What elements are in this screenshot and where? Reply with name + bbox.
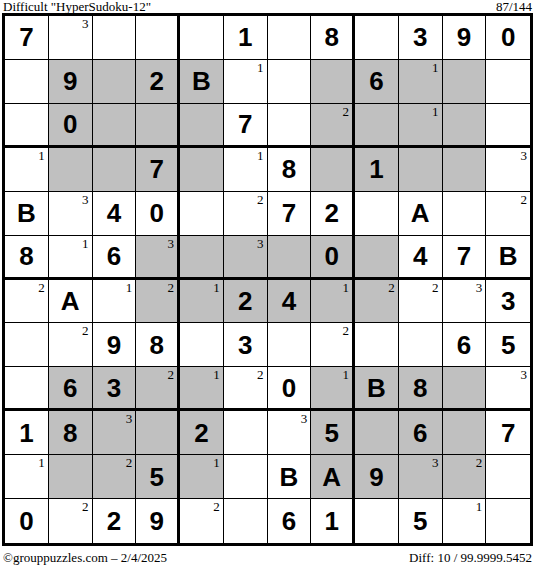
cell-r6c8[interactable]: 0 (311, 236, 355, 280)
cell-r5c9[interactable] (355, 192, 399, 236)
cell-r12c10[interactable]: 5 (399, 499, 443, 543)
cell-value: 1 (324, 508, 338, 534)
cell-r2c4[interactable]: 2 (136, 60, 180, 104)
cell-r3c3[interactable] (93, 104, 137, 148)
cell-r8c5[interactable] (180, 323, 224, 367)
pencil-mark: 3 (521, 149, 528, 162)
cell-r3c11[interactable] (443, 104, 487, 148)
pencil-mark: 2 (388, 281, 395, 294)
cell-value: 1 (19, 420, 33, 446)
cell-r10c3[interactable]: 3 (93, 411, 137, 455)
cell-r10c11[interactable] (443, 411, 487, 455)
cell-r12c5[interactable]: 2 (180, 499, 224, 543)
pencil-mark: 3 (257, 237, 264, 250)
cell-r11c3[interactable]: 2 (93, 455, 137, 499)
pencil-mark: 2 (168, 281, 175, 294)
cell-r8c8[interactable]: 2 (311, 323, 355, 367)
cell-r6c3[interactable]: 6 (93, 236, 137, 280)
cell-r1c5[interactable] (180, 16, 224, 60)
cell-r10c2[interactable]: 8 (49, 411, 93, 455)
cell-value: 2 (324, 200, 338, 226)
cell-value: 8 (413, 375, 427, 401)
pencil-mark: 1 (38, 149, 45, 162)
cell-r6c10[interactable]: 4 (399, 236, 443, 280)
cell-r5c10[interactable]: A (399, 192, 443, 236)
cell-r5c5[interactable] (180, 192, 224, 236)
pencil-mark: 3 (521, 368, 528, 381)
cell-r11c9[interactable]: 9 (355, 455, 399, 499)
cell-r1c3[interactable] (93, 16, 137, 60)
cell-value: A (322, 464, 341, 490)
cell-r1c4[interactable] (136, 16, 180, 60)
cell-r5c8[interactable]: 2 (311, 192, 355, 236)
cell-value: 9 (149, 508, 163, 534)
cell-r8c4[interactable]: 8 (136, 323, 180, 367)
cell-r11c5[interactable]: 1 (180, 455, 224, 499)
cell-r8c10[interactable] (399, 323, 443, 367)
cell-r12c2[interactable]: 2 (49, 499, 93, 543)
cell-r5c2[interactable]: 3 (49, 192, 93, 236)
cell-value: A (61, 288, 80, 314)
pencil-mark: 1 (432, 61, 439, 74)
cell-r11c10[interactable]: 3 (399, 455, 443, 499)
cell-value: 5 (413, 508, 427, 534)
cell-value: 8 (149, 332, 163, 358)
cell-r10c12[interactable]: 7 (486, 411, 530, 455)
cell-r12c3[interactable]: 2 (93, 499, 137, 543)
cell-value: 9 (457, 24, 471, 50)
cell-r3c4[interactable] (136, 104, 180, 148)
cell-r9c7[interactable]: 0 (268, 367, 312, 411)
cell-value: 8 (324, 24, 338, 50)
cell-r10c1[interactable]: 1 (5, 411, 49, 455)
cell-value: 7 (149, 156, 163, 182)
cell-r4c11[interactable] (443, 148, 487, 192)
cell-r3c1[interactable] (5, 104, 49, 148)
cell-value: 5 (324, 420, 338, 446)
cell-r2c6[interactable]: 1 (224, 60, 268, 104)
cell-r4c2[interactable] (49, 148, 93, 192)
cell-r9c12[interactable]: 3 (486, 367, 530, 411)
cell-r6c2[interactable]: 1 (49, 236, 93, 280)
cell-r1c11[interactable]: 9 (443, 16, 487, 60)
pencil-mark: 2 (213, 500, 220, 513)
cell-r8c2[interactable]: 2 (49, 323, 93, 367)
cell-value: 6 (369, 68, 383, 94)
cell-r7c8[interactable]: 1 (311, 280, 355, 324)
cell-r10c10[interactable]: 6 (399, 411, 443, 455)
cell-r9c10[interactable]: 8 (399, 367, 443, 411)
pencil-mark: 3 (476, 281, 483, 294)
cell-r11c8[interactable]: A (311, 455, 355, 499)
cell-r7c2[interactable]: A (49, 280, 93, 324)
cell-r3c10[interactable]: 1 (399, 104, 443, 148)
cell-r11c7[interactable]: B (268, 455, 312, 499)
pencil-mark: 2 (432, 281, 439, 294)
cell-value: 4 (282, 288, 296, 314)
cell-r6c7[interactable] (268, 236, 312, 280)
pencil-mark: 2 (82, 500, 89, 513)
cell-r2c7[interactable] (268, 60, 312, 104)
cell-value: 9 (63, 68, 77, 94)
cell-r8c1[interactable] (5, 323, 49, 367)
cell-r7c6[interactable]: 2 (224, 280, 268, 324)
cell-r3c2[interactable]: 0 (49, 104, 93, 148)
pencil-mark: 3 (126, 412, 133, 425)
pencil-mark: 2 (476, 456, 483, 469)
cell-value: 7 (457, 243, 471, 269)
cell-r9c4[interactable]: 2 (136, 367, 180, 411)
cell-r7c5[interactable]: 1 (180, 280, 224, 324)
pencil-mark: 1 (38, 456, 45, 469)
cell-r3c6[interactable]: 7 (224, 104, 268, 148)
pencil-mark: 2 (257, 193, 264, 206)
cell-value: 9 (369, 464, 383, 490)
cell-r1c8[interactable]: 8 (311, 16, 355, 60)
cell-r1c7[interactable] (268, 16, 312, 60)
cell-r10c9[interactable] (355, 411, 399, 455)
cell-value: 9 (107, 332, 121, 358)
copyright-text: ©grouppuzzles.com – 2/4/2025 (3, 550, 167, 565)
pencil-mark: 2 (38, 281, 45, 294)
cell-r8c3[interactable]: 9 (93, 323, 137, 367)
cell-value: 0 (282, 375, 296, 401)
pencil-mark: 2 (126, 456, 133, 469)
cell-r4c5[interactable] (180, 148, 224, 192)
cell-r2c10[interactable]: 1 (399, 60, 443, 104)
cell-value: 3 (413, 24, 427, 50)
cell-r2c12[interactable] (486, 60, 530, 104)
cell-r5c3[interactable]: 4 (93, 192, 137, 236)
cell-r2c11[interactable] (443, 60, 487, 104)
cell-value: 6 (63, 375, 77, 401)
pencil-mark: 1 (213, 281, 220, 294)
pencil-mark: 2 (82, 324, 89, 337)
cell-value: 5 (149, 464, 163, 490)
cell-value: B (279, 464, 298, 490)
pencil-mark: 1 (343, 368, 350, 381)
puzzle-title: Difficult "HyperSudoku-12" (3, 0, 151, 13)
cell-value: 0 (324, 243, 338, 269)
pencil-mark: 2 (343, 105, 350, 118)
cell-value: B (367, 375, 386, 401)
sudoku-board: 731839092B1610721171813B340272A281633047… (2, 13, 533, 546)
cell-value: 5 (501, 332, 515, 358)
progress-counter: 87/144 (496, 0, 532, 13)
pencil-mark: 1 (476, 500, 483, 513)
cell-r6c12[interactable]: B (486, 236, 530, 280)
cell-r4c4[interactable]: 7 (136, 148, 180, 192)
cell-r5c4[interactable]: 0 (136, 192, 180, 236)
cell-r10c4[interactable] (136, 411, 180, 455)
cell-r2c1[interactable] (5, 60, 49, 104)
cell-r9c1[interactable] (5, 367, 49, 411)
difficulty-text: Diff: 10 / 99.9999.5452 (409, 550, 532, 565)
cell-r9c8[interactable]: 1 (311, 367, 355, 411)
cell-r3c5[interactable] (180, 104, 224, 148)
cell-value: 3 (238, 332, 252, 358)
cell-r9c3[interactable]: 3 (93, 367, 137, 411)
cell-r7c10[interactable]: 2 (399, 280, 443, 324)
pencil-mark: 2 (168, 368, 175, 381)
cell-value: 6 (107, 243, 121, 269)
cell-r4c7[interactable]: 8 (268, 148, 312, 192)
cell-r8c11[interactable]: 6 (443, 323, 487, 367)
cell-r5c12[interactable]: 2 (486, 192, 530, 236)
cell-value: B (499, 243, 518, 269)
cell-r9c2[interactable]: 6 (49, 367, 93, 411)
cell-r4c1[interactable]: 1 (5, 148, 49, 192)
cell-value: 0 (149, 200, 163, 226)
cell-r1c9[interactable] (355, 16, 399, 60)
cell-value: 6 (457, 332, 471, 358)
cell-r9c9[interactable]: B (355, 367, 399, 411)
cell-r10c8[interactable]: 5 (311, 411, 355, 455)
cell-value: 2 (107, 508, 121, 534)
cell-r10c6[interactable] (224, 411, 268, 455)
pencil-mark: 2 (343, 324, 350, 337)
cell-r7c12[interactable]: 3 (486, 280, 530, 324)
cell-r12c4[interactable]: 9 (136, 499, 180, 543)
footer: ©grouppuzzles.com – 2/4/2025 Diff: 10 / … (3, 550, 532, 565)
cell-value: 1 (238, 24, 252, 50)
pencil-mark: 1 (257, 61, 264, 74)
cell-r2c8[interactable] (311, 60, 355, 104)
cell-r11c1[interactable]: 1 (5, 455, 49, 499)
cell-r10c7[interactable]: 3 (268, 411, 312, 455)
cell-r7c1[interactable]: 2 (5, 280, 49, 324)
cell-value: 7 (238, 111, 252, 137)
cell-r5c1[interactable]: B (5, 192, 49, 236)
cell-r11c4[interactable]: 5 (136, 455, 180, 499)
cell-value: 1 (369, 156, 383, 182)
cell-value: 6 (282, 508, 296, 534)
cell-r2c9[interactable]: 6 (355, 60, 399, 104)
cell-r2c5[interactable]: B (180, 60, 224, 104)
header: Difficult "HyperSudoku-12" 87/144 (3, 0, 532, 13)
cell-value: 0 (19, 508, 33, 534)
cell-r6c5[interactable] (180, 236, 224, 280)
cell-r6c1[interactable]: 8 (5, 236, 49, 280)
cell-value: 2 (194, 420, 208, 446)
cell-value: 8 (19, 243, 33, 269)
cell-r6c6[interactable]: 3 (224, 236, 268, 280)
cell-value: 2 (149, 68, 163, 94)
cell-r2c3[interactable] (93, 60, 137, 104)
cell-r9c11[interactable] (443, 367, 487, 411)
cell-r12c8[interactable]: 1 (311, 499, 355, 543)
pencil-mark: 1 (343, 281, 350, 294)
pencil-mark: 3 (168, 237, 175, 250)
cell-r1c6[interactable]: 1 (224, 16, 268, 60)
pencil-mark: 3 (432, 456, 439, 469)
cell-r12c9[interactable] (355, 499, 399, 543)
cell-r7c11[interactable]: 3 (443, 280, 487, 324)
pencil-mark: 1 (213, 368, 220, 381)
cell-r11c11[interactable]: 2 (443, 455, 487, 499)
cell-r10c5[interactable]: 2 (180, 411, 224, 455)
cell-r7c4[interactable]: 2 (136, 280, 180, 324)
cell-r8c7[interactable] (268, 323, 312, 367)
cell-value: 6 (413, 420, 427, 446)
pencil-mark: 3 (301, 412, 308, 425)
cell-value: B (192, 68, 211, 94)
cell-r3c8[interactable]: 2 (311, 104, 355, 148)
pencil-mark: 1 (126, 281, 133, 294)
cell-r11c6[interactable] (224, 455, 268, 499)
cell-value: 7 (501, 420, 515, 446)
pencil-mark: 2 (521, 193, 528, 206)
cell-r1c10[interactable]: 3 (399, 16, 443, 60)
cell-r12c12[interactable] (486, 499, 530, 543)
cell-value: 3 (501, 288, 515, 314)
cell-r7c7[interactable]: 4 (268, 280, 312, 324)
pencil-mark: 1 (257, 149, 264, 162)
cell-r3c9[interactable] (355, 104, 399, 148)
cell-r1c12[interactable]: 0 (486, 16, 530, 60)
cell-r4c3[interactable] (93, 148, 137, 192)
cell-value: 4 (107, 200, 121, 226)
cell-r4c9[interactable]: 1 (355, 148, 399, 192)
cell-r7c9[interactable]: 2 (355, 280, 399, 324)
pencil-mark: 2 (257, 368, 264, 381)
cell-r3c12[interactable] (486, 104, 530, 148)
cell-r5c11[interactable] (443, 192, 487, 236)
cell-r4c6[interactable]: 1 (224, 148, 268, 192)
cell-r4c10[interactable] (399, 148, 443, 192)
pencil-mark: 3 (82, 17, 89, 30)
cell-value: B (17, 200, 36, 226)
pencil-mark: 1 (82, 237, 89, 250)
cell-r5c6[interactable]: 2 (224, 192, 268, 236)
cell-value: 8 (282, 156, 296, 182)
cell-r4c12[interactable]: 3 (486, 148, 530, 192)
cell-r9c5[interactable]: 1 (180, 367, 224, 411)
pencil-mark: 3 (82, 193, 89, 206)
cell-r11c12[interactable] (486, 455, 530, 499)
cell-value: 8 (63, 420, 77, 446)
cell-r11c2[interactable] (49, 455, 93, 499)
cell-r6c4[interactable]: 3 (136, 236, 180, 280)
cell-value: 3 (107, 375, 121, 401)
cell-r2c2[interactable]: 9 (49, 60, 93, 104)
cell-r9c6[interactable]: 2 (224, 367, 268, 411)
cell-value: 7 (282, 200, 296, 226)
pencil-mark: 1 (213, 456, 220, 469)
cell-r7c3[interactable]: 1 (93, 280, 137, 324)
cell-r12c11[interactable]: 1 (443, 499, 487, 543)
cell-r8c9[interactable] (355, 323, 399, 367)
cell-r12c1[interactable]: 0 (5, 499, 49, 543)
cell-r8c12[interactable]: 5 (486, 323, 530, 367)
cell-r8c6[interactable]: 3 (224, 323, 268, 367)
cell-value: 2 (238, 288, 252, 314)
cell-r4c8[interactable] (311, 148, 355, 192)
cell-r6c9[interactable] (355, 236, 399, 280)
cell-value: 0 (501, 24, 515, 50)
cell-value: 7 (19, 24, 33, 50)
cell-r12c6[interactable] (224, 499, 268, 543)
cell-r1c1[interactable]: 7 (5, 16, 49, 60)
cell-value: 0 (63, 111, 77, 137)
cell-r5c7[interactable]: 7 (268, 192, 312, 236)
cell-value: A (411, 200, 430, 226)
cell-r3c7[interactable] (268, 104, 312, 148)
cell-r1c2[interactable]: 3 (49, 16, 93, 60)
cell-r12c7[interactable]: 6 (268, 499, 312, 543)
cell-r6c11[interactable]: 7 (443, 236, 487, 280)
pencil-mark: 1 (432, 105, 439, 118)
cell-value: 4 (413, 243, 427, 269)
